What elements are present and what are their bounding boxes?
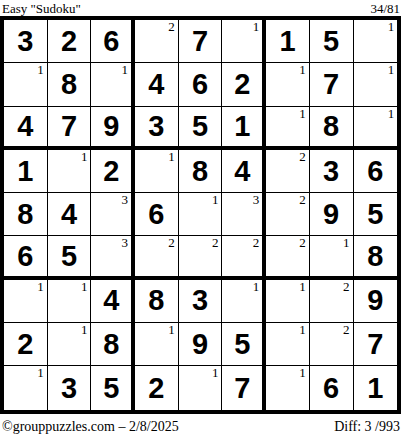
given-digit: 1 (234, 112, 250, 141)
cell-r1c3[interactable]: 6 (91, 20, 135, 63)
pencil-hint: 2 (299, 193, 306, 207)
given-digit: 3 (61, 374, 77, 403)
given-digit: 5 (234, 330, 250, 359)
cell-r7c2[interactable]: 1 (48, 280, 92, 323)
pencil-hint: 1 (299, 366, 306, 380)
cell-r9c9[interactable]: 1 (354, 366, 398, 409)
given-digit: 8 (148, 286, 164, 315)
pencil-hint: 1 (37, 366, 44, 380)
cell-r3c4[interactable]: 3 (135, 107, 179, 150)
given-digit: 7 (192, 27, 208, 56)
given-digit: 1 (367, 374, 383, 403)
cell-r4c4[interactable]: 1 (135, 150, 179, 193)
cell-r3c7[interactable]: 1 (266, 107, 310, 150)
cell-r2c6[interactable]: 2 (222, 63, 266, 106)
cell-r8c5[interactable]: 9 (179, 323, 223, 366)
pencil-hint: 2 (253, 236, 260, 250)
given-digit: 6 (323, 374, 339, 403)
cell-r5c5[interactable]: 1 (179, 193, 223, 236)
pencil-hint: 1 (168, 323, 175, 337)
cell-r1c5[interactable]: 7 (179, 20, 223, 63)
cell-r6c3[interactable]: 3 (91, 236, 135, 279)
cell-r7c6[interactable]: 1 (222, 280, 266, 323)
puzzle-title: Easy "Sudoku" (2, 2, 81, 15)
cell-r9c8[interactable]: 6 (310, 366, 354, 409)
given-digit: 9 (323, 200, 339, 229)
cell-r8c3[interactable]: 8 (91, 323, 135, 366)
pencil-hint: 2 (168, 236, 175, 250)
given-digit: 2 (148, 374, 164, 403)
pencil-hint: 3 (122, 236, 129, 250)
given-digit: 3 (323, 157, 339, 186)
given-digit: 5 (367, 200, 383, 229)
cell-r9c5[interactable]: 1 (179, 366, 223, 409)
given-digit: 5 (103, 374, 119, 403)
given-digit: 4 (103, 286, 119, 315)
cell-r7c9[interactable]: 9 (354, 280, 398, 323)
cells-remaining-counter: 34/81 (370, 2, 400, 15)
cell-r1c2[interactable]: 2 (48, 20, 92, 63)
given-digit: 6 (367, 157, 383, 186)
cell-r9c6[interactable]: 7 (222, 366, 266, 409)
cell-r3c9[interactable]: 1 (354, 107, 398, 150)
given-digit: 8 (323, 112, 339, 141)
given-digit: 9 (367, 286, 383, 315)
cell-r2c9[interactable]: 1 (354, 63, 398, 106)
cell-r3c2[interactable]: 7 (48, 107, 92, 150)
pencil-hint: 1 (81, 323, 88, 337)
cell-r1c4[interactable]: 2 (135, 20, 179, 63)
cell-r7c1[interactable]: 1 (4, 280, 48, 323)
cell-r3c3[interactable]: 9 (91, 107, 135, 150)
pencil-hint: 1 (212, 193, 219, 207)
cell-r2c5[interactable]: 6 (179, 63, 223, 106)
sudoku-board: 3262711511814621714793511811121842368436… (0, 16, 401, 414)
cell-r6c4[interactable]: 2 (135, 236, 179, 279)
cell-r9c1[interactable]: 1 (4, 366, 48, 409)
pencil-hint: 1 (212, 366, 219, 380)
given-digit: 3 (148, 112, 164, 141)
pencil-hint: 2 (212, 236, 219, 250)
pencil-hint: 1 (299, 107, 306, 121)
cell-r5c8[interactable]: 9 (310, 193, 354, 236)
given-digit: 1 (17, 157, 33, 186)
cell-r6c6[interactable]: 2 (222, 236, 266, 279)
given-digit: 8 (103, 330, 119, 359)
given-digit: 5 (61, 242, 77, 271)
pencil-hint: 1 (343, 236, 350, 250)
cell-r5c2[interactable]: 4 (48, 193, 92, 236)
cell-r9c7[interactable]: 1 (266, 366, 310, 409)
cell-r6c2[interactable]: 5 (48, 236, 92, 279)
cell-r6c8[interactable]: 1 (310, 236, 354, 279)
cell-r6c5[interactable]: 2 (179, 236, 223, 279)
cell-r2c3[interactable]: 1 (91, 63, 135, 106)
pencil-hint: 3 (122, 193, 129, 207)
given-digit: 6 (192, 70, 208, 99)
cell-r1c8[interactable]: 5 (310, 20, 354, 63)
cell-r8c8[interactable]: 2 (310, 323, 354, 366)
cell-r8c4[interactable]: 1 (135, 323, 179, 366)
cell-r8c9[interactable]: 7 (354, 323, 398, 366)
given-digit: 3 (192, 286, 208, 315)
cell-r1c7[interactable]: 1 (266, 20, 310, 63)
given-digit: 2 (234, 70, 250, 99)
pencil-hint: 3 (253, 193, 260, 207)
given-digit: 4 (148, 70, 164, 99)
pencil-hint: 1 (168, 150, 175, 164)
given-digit: 7 (323, 70, 339, 99)
cell-r2c1[interactable]: 1 (4, 63, 48, 106)
given-digit: 7 (61, 112, 77, 141)
cell-r4c8[interactable]: 3 (310, 150, 354, 193)
cell-r8c1[interactable]: 2 (4, 323, 48, 366)
given-digit: 8 (367, 242, 383, 271)
pencil-hint: 2 (168, 20, 175, 34)
given-digit: 2 (17, 330, 33, 359)
cell-r6c7[interactable]: 2 (266, 236, 310, 279)
given-digit: 6 (103, 27, 119, 56)
pencil-hint: 2 (299, 150, 306, 164)
given-digit: 7 (234, 374, 250, 403)
given-digit: 1 (279, 27, 295, 56)
cell-r2c7[interactable]: 1 (266, 63, 310, 106)
pencil-hint: 1 (81, 150, 88, 164)
given-digit: 2 (61, 27, 77, 56)
pencil-hint: 1 (388, 20, 395, 34)
cell-r7c4[interactable]: 8 (135, 280, 179, 323)
given-digit: 8 (17, 200, 33, 229)
given-digit: 2 (103, 157, 119, 186)
difficulty-text: Diff: 3 /993 (334, 419, 400, 434)
given-digit: 5 (192, 112, 208, 141)
pencil-hint: 1 (122, 63, 129, 77)
cell-r1c1[interactable]: 3 (4, 20, 48, 63)
given-digit: 4 (17, 112, 33, 141)
given-digit: 3 (17, 27, 33, 56)
cell-r7c8[interactable]: 2 (310, 280, 354, 323)
cell-r5c9[interactable]: 5 (354, 193, 398, 236)
given-digit: 8 (61, 70, 77, 99)
pencil-hint: 1 (37, 63, 44, 77)
pencil-hint: 2 (343, 323, 350, 337)
cell-r3c5[interactable]: 5 (179, 107, 223, 150)
given-digit: 6 (17, 242, 33, 271)
pencil-hint: 1 (81, 280, 88, 294)
cell-r4c5[interactable]: 8 (179, 150, 223, 193)
given-digit: 9 (103, 112, 119, 141)
cell-r3c8[interactable]: 8 (310, 107, 354, 150)
pencil-hint: 2 (343, 280, 350, 294)
pencil-hint: 1 (253, 280, 260, 294)
pencil-hint: 1 (299, 323, 306, 337)
pencil-hint: 1 (299, 63, 306, 77)
cell-r3c6[interactable]: 1 (222, 107, 266, 150)
footer: ©grouppuzzles.com – 2/8/2025 Diff: 3 /99… (0, 414, 402, 434)
cell-r9c4[interactable]: 2 (135, 366, 179, 409)
cell-r7c3[interactable]: 4 (91, 280, 135, 323)
cell-r4c3[interactable]: 2 (91, 150, 135, 193)
cell-r5c4[interactable]: 6 (135, 193, 179, 236)
cell-r4c2[interactable]: 1 (48, 150, 92, 193)
pencil-hint: 1 (388, 63, 395, 77)
pencil-hint: 1 (37, 280, 44, 294)
cell-r9c3[interactable]: 5 (91, 366, 135, 409)
header: Easy "Sudoku" 34/81 (0, 0, 402, 16)
cell-r5c3[interactable]: 3 (91, 193, 135, 236)
cell-r2c8[interactable]: 7 (310, 63, 354, 106)
pencil-hint: 1 (388, 107, 395, 121)
pencil-hint: 2 (299, 236, 306, 250)
cell-r6c1[interactable]: 6 (4, 236, 48, 279)
given-digit: 4 (234, 157, 250, 186)
cell-r4c9[interactable]: 6 (354, 150, 398, 193)
given-digit: 5 (323, 27, 339, 56)
given-digit: 9 (192, 330, 208, 359)
cell-r7c5[interactable]: 3 (179, 280, 223, 323)
cell-r5c6[interactable]: 3 (222, 193, 266, 236)
cell-r8c2[interactable]: 1 (48, 323, 92, 366)
cell-r7c7[interactable]: 1 (266, 280, 310, 323)
cell-r5c7[interactable]: 2 (266, 193, 310, 236)
cell-r4c1[interactable]: 1 (4, 150, 48, 193)
copyright-text: ©grouppuzzles.com – 2/8/2025 (2, 419, 179, 434)
cell-r4c6[interactable]: 4 (222, 150, 266, 193)
cell-r8c6[interactable]: 5 (222, 323, 266, 366)
cell-r1c6[interactable]: 1 (222, 20, 266, 63)
cell-r3c1[interactable]: 4 (4, 107, 48, 150)
cell-r9c2[interactable]: 3 (48, 366, 92, 409)
cell-r2c4[interactable]: 4 (135, 63, 179, 106)
cell-r8c7[interactable]: 1 (266, 323, 310, 366)
pencil-hint: 1 (253, 20, 260, 34)
cell-r4c7[interactable]: 2 (266, 150, 310, 193)
cell-r6c9[interactable]: 8 (354, 236, 398, 279)
pencil-hint: 1 (299, 280, 306, 294)
given-digit: 6 (148, 200, 164, 229)
cell-r1c9[interactable]: 1 (354, 20, 398, 63)
cell-r5c1[interactable]: 8 (4, 193, 48, 236)
given-digit: 8 (192, 157, 208, 186)
cell-r2c2[interactable]: 8 (48, 63, 92, 106)
given-digit: 4 (61, 200, 77, 229)
given-digit: 7 (367, 330, 383, 359)
